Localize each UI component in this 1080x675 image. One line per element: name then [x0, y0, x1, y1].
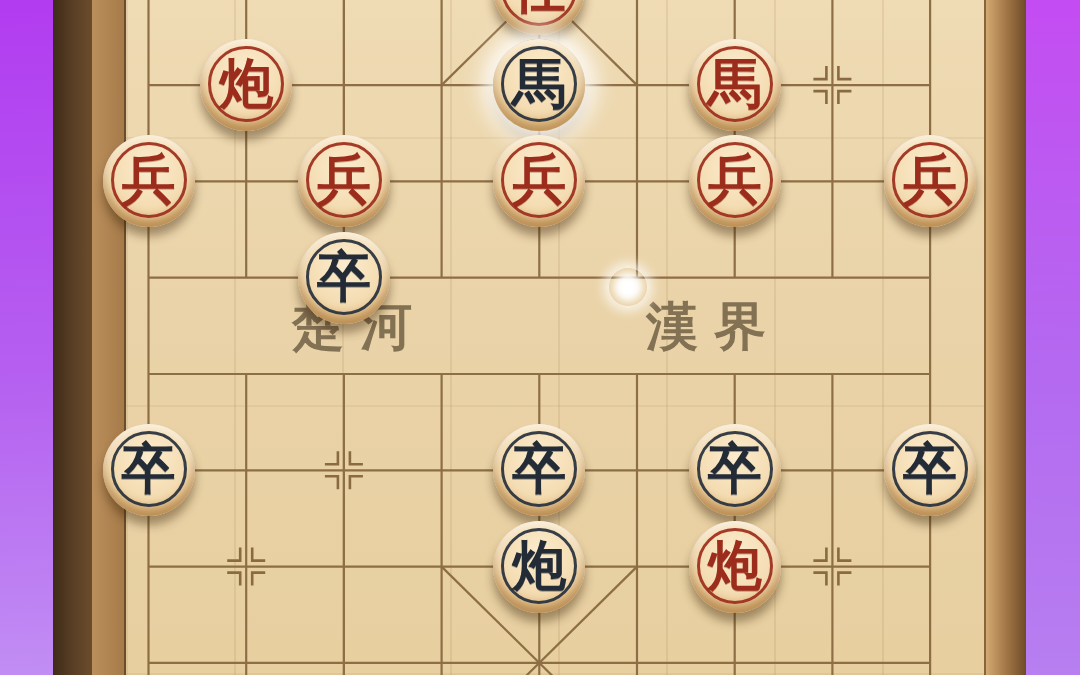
point-marker-h7 — [838, 573, 851, 586]
piece-red-兵-c3[interactable]: 兵 — [298, 135, 390, 227]
piece-character: 炮 — [689, 521, 781, 609]
piece-character: 仕 — [493, 0, 585, 31]
piece-black-卒-i6[interactable]: 卒 — [884, 424, 976, 516]
piece-black-卒-a6[interactable]: 卒 — [103, 424, 195, 516]
piece-character: 兵 — [298, 135, 390, 223]
piece-red-兵-i3[interactable]: 兵 — [884, 135, 976, 227]
piece-red-兵-e3[interactable]: 兵 — [493, 135, 585, 227]
point-marker-h7 — [838, 548, 851, 561]
point-marker-c6 — [350, 476, 363, 489]
piece-black-卒-c4[interactable]: 卒 — [298, 232, 390, 324]
point-marker-c6 — [350, 451, 363, 464]
point-marker-h2 — [813, 91, 826, 104]
piece-character: 兵 — [689, 135, 781, 223]
point-marker-b7 — [227, 573, 240, 586]
piece-red-馬-g2[interactable]: 馬 — [689, 39, 781, 131]
piece-character: 卒 — [493, 424, 585, 512]
piece-character: 炮 — [200, 39, 292, 127]
point-marker-h2 — [813, 66, 826, 79]
piece-character: 馬 — [689, 39, 781, 127]
piece-character: 炮 — [493, 521, 585, 609]
piece-character: 卒 — [884, 424, 976, 512]
piece-black-馬-e2[interactable]: 馬 — [493, 39, 585, 131]
piece-red-炮-g7[interactable]: 炮 — [689, 521, 781, 613]
piece-character: 卒 — [298, 232, 390, 320]
piece-black-卒-g6[interactable]: 卒 — [689, 424, 781, 516]
piece-character: 卒 — [103, 424, 195, 512]
piece-red-炮-b2[interactable]: 炮 — [200, 39, 292, 131]
sparkle-effect — [607, 266, 649, 308]
piece-character: 卒 — [689, 424, 781, 512]
point-marker-b7 — [227, 548, 240, 561]
piece-character: 兵 — [103, 135, 195, 223]
point-marker-b7 — [252, 573, 265, 586]
point-marker-c6 — [325, 476, 338, 489]
point-marker-b7 — [252, 548, 265, 561]
piece-black-炮-e7[interactable]: 炮 — [493, 521, 585, 613]
point-marker-h7 — [813, 548, 826, 561]
screenshot-root: 楚河 漢界 仕炮馬馬兵兵兵兵兵卒卒卒卒卒炮炮 — [0, 0, 1080, 675]
river-label-right: 漢界 — [638, 292, 782, 362]
point-marker-h7 — [813, 573, 826, 586]
point-marker-h2 — [838, 66, 851, 79]
piece-red-仕-e1[interactable]: 仕 — [493, 0, 585, 35]
piece-red-兵-a3[interactable]: 兵 — [103, 135, 195, 227]
piece-character: 兵 — [884, 135, 976, 223]
piece-red-兵-g3[interactable]: 兵 — [689, 135, 781, 227]
piece-character: 兵 — [493, 135, 585, 223]
point-marker-h2 — [838, 91, 851, 104]
point-marker-c6 — [325, 451, 338, 464]
piece-character: 馬 — [493, 39, 585, 127]
piece-black-卒-e6[interactable]: 卒 — [493, 424, 585, 516]
